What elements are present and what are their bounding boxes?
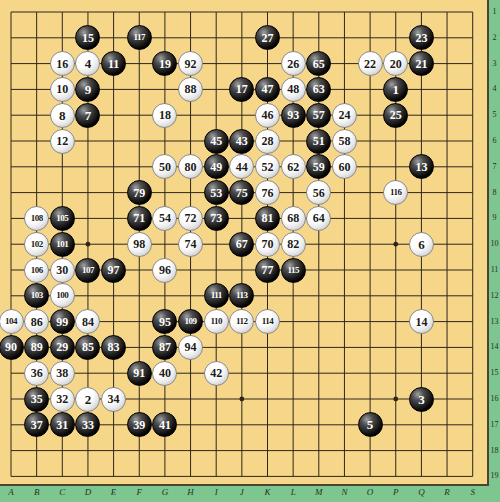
stone-5[interactable]: 5 [358,412,383,437]
col-label-H: H [184,487,198,500]
col-label-P: P [389,487,403,500]
stone-7[interactable]: 7 [75,103,100,128]
col-label-R: R [440,487,454,500]
col-label-N: N [337,487,351,500]
row-label-5: 5 [489,110,500,121]
row-label-9: 9 [489,213,500,224]
stone-72[interactable]: 72 [178,206,203,231]
stone-114[interactable]: 114 [255,309,280,334]
col-label-L: L [286,487,300,500]
stone-106[interactable]: 106 [24,258,49,283]
row-label-10: 10 [489,239,500,250]
stone-96[interactable]: 96 [152,258,177,283]
col-label-Q: Q [414,487,428,500]
stone-3[interactable]: 3 [409,387,434,412]
stone-92[interactable]: 92 [178,51,203,76]
stone-36[interactable]: 36 [24,361,49,386]
stone-70[interactable]: 70 [255,232,280,257]
col-label-O: O [363,487,377,500]
row-label-4: 4 [489,84,500,95]
row-label-14: 14 [489,342,500,353]
stone-94[interactable]: 94 [178,335,203,360]
stone-47[interactable]: 47 [255,77,280,102]
col-label-F: F [132,487,146,500]
col-label-E: E [107,487,121,500]
stone-43[interactable]: 43 [229,129,254,154]
row-label-6: 6 [489,136,500,147]
stone-22[interactable]: 22 [358,51,383,76]
stone-39[interactable]: 39 [127,412,152,437]
row-label-7: 7 [489,162,500,173]
stone-74[interactable]: 74 [178,232,203,257]
row-label-15: 15 [489,368,500,379]
star-point [393,242,398,247]
stone-91[interactable]: 91 [127,361,152,386]
row-label-16: 16 [489,394,500,405]
col-label-D: D [81,487,95,500]
stone-18[interactable]: 18 [152,103,177,128]
stone-21[interactable]: 21 [409,51,434,76]
stone-110[interactable]: 110 [204,309,229,334]
stone-34[interactable]: 34 [101,387,126,412]
stone-32[interactable]: 32 [50,387,75,412]
stone-53[interactable]: 53 [204,180,229,205]
row-label-11: 11 [489,265,500,276]
row-label-17: 17 [489,420,500,431]
stone-45[interactable]: 45 [204,129,229,154]
stone-108[interactable]: 108 [24,206,49,231]
stone-99[interactable]: 99 [50,309,75,334]
row-label-19: 19 [489,471,500,482]
stone-24[interactable]: 24 [332,103,357,128]
stone-58[interactable]: 58 [332,129,357,154]
stone-104[interactable]: 104 [0,309,24,334]
row-label-3: 3 [489,59,500,70]
stone-83[interactable]: 83 [101,335,126,360]
stone-49[interactable]: 49 [204,154,229,179]
stone-98[interactable]: 98 [127,232,152,257]
stone-111[interactable]: 111 [204,283,229,308]
stone-79[interactable]: 79 [127,180,152,205]
stone-77[interactable]: 77 [255,258,280,283]
row-label-1: 1 [489,7,500,18]
star-point [86,242,91,247]
row-label-12: 12 [489,291,500,302]
col-label-G: G [158,487,172,500]
stone-16[interactable]: 16 [50,51,75,76]
stone-29[interactable]: 29 [50,335,75,360]
col-label-A: A [4,487,18,500]
stone-68[interactable]: 68 [281,206,306,231]
stone-93[interactable]: 93 [281,103,306,128]
stone-2[interactable]: 2 [75,387,100,412]
star-point [239,397,244,402]
col-label-B: B [30,487,44,500]
stone-89[interactable]: 89 [24,335,49,360]
go-app-screen: 1511727231641119922665222021109881747486… [0,0,500,502]
stone-26[interactable]: 26 [281,51,306,76]
stone-82[interactable]: 82 [281,232,306,257]
row-label-18: 18 [489,446,500,457]
col-label-C: C [55,487,69,500]
col-label-M: M [312,487,326,500]
stone-115[interactable]: 115 [281,258,306,283]
stone-88[interactable]: 88 [178,77,203,102]
stone-10[interactable]: 10 [50,77,75,102]
stone-62[interactable]: 62 [281,154,306,179]
row-label-13: 13 [489,317,500,328]
stone-30[interactable]: 30 [50,258,75,283]
stone-100[interactable]: 100 [50,283,75,308]
stone-101[interactable]: 101 [50,232,75,257]
stone-6[interactable]: 6 [409,232,434,257]
go-board[interactable]: 1511727231641119922665222021109881747486… [0,0,489,486]
stone-42[interactable]: 42 [204,361,229,386]
col-label-K: K [261,487,275,500]
stone-12[interactable]: 12 [50,129,75,154]
stone-81[interactable]: 81 [255,206,280,231]
stone-28[interactable]: 28 [255,129,280,154]
stone-57[interactable]: 57 [306,103,331,128]
stone-105[interactable]: 105 [50,206,75,231]
stone-48[interactable]: 48 [281,77,306,102]
stone-8[interactable]: 8 [50,103,75,128]
stone-97[interactable]: 97 [101,258,126,283]
stone-107[interactable]: 107 [75,258,100,283]
stone-90[interactable]: 90 [0,335,24,360]
row-label-8: 8 [489,188,500,199]
stone-31[interactable]: 31 [50,412,75,437]
stone-73[interactable]: 73 [204,206,229,231]
stone-117[interactable]: 117 [127,25,152,50]
stone-1[interactable]: 1 [383,77,408,102]
stone-76[interactable]: 76 [255,180,280,205]
col-label-I: I [209,487,223,500]
stone-14[interactable]: 14 [409,309,434,334]
col-label-S: S [466,487,480,500]
stone-40[interactable]: 40 [152,361,177,386]
stone-35[interactable]: 35 [24,387,49,412]
stone-46[interactable]: 46 [255,103,280,128]
col-label-J: J [235,487,249,500]
stone-67[interactable]: 67 [229,232,254,257]
stone-51[interactable]: 51 [306,129,331,154]
stone-102[interactable]: 102 [24,232,49,257]
row-label-2: 2 [489,33,500,44]
stone-25[interactable]: 25 [383,103,408,128]
stone-109[interactable]: 109 [178,309,203,334]
stone-71[interactable]: 71 [127,206,152,231]
star-point [393,397,398,402]
stone-38[interactable]: 38 [50,361,75,386]
